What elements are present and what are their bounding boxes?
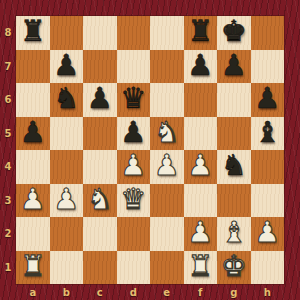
rank-labels: 87654321 bbox=[0, 16, 16, 284]
square-d2[interactable] bbox=[117, 217, 151, 251]
rank-label-6: 6 bbox=[5, 94, 12, 105]
square-c4[interactable] bbox=[83, 150, 117, 184]
rank-label-2: 2 bbox=[5, 228, 12, 239]
black-pawn[interactable]: ♟ bbox=[187, 51, 213, 80]
square-f2[interactable]: ♟ bbox=[184, 217, 218, 251]
square-g3[interactable] bbox=[217, 184, 251, 218]
square-a2[interactable] bbox=[16, 217, 50, 251]
square-g1[interactable]: ♚ bbox=[217, 251, 251, 285]
square-h5[interactable]: ♝ bbox=[251, 117, 285, 151]
rank-label-8: 8 bbox=[5, 27, 12, 38]
white-pawn[interactable]: ♟ bbox=[53, 185, 79, 214]
square-e3[interactable] bbox=[150, 184, 184, 218]
square-g7[interactable]: ♟ bbox=[217, 50, 251, 84]
white-rook[interactable]: ♜ bbox=[20, 252, 46, 281]
square-c8[interactable] bbox=[83, 16, 117, 50]
square-b1[interactable] bbox=[50, 251, 84, 285]
rank-label-1: 1 bbox=[5, 262, 12, 273]
file-label-g: g bbox=[230, 287, 237, 298]
square-g2[interactable]: ♝ bbox=[217, 217, 251, 251]
black-rook[interactable]: ♜ bbox=[20, 17, 46, 46]
square-b4[interactable] bbox=[50, 150, 84, 184]
square-h7[interactable] bbox=[251, 50, 285, 84]
square-e7[interactable] bbox=[150, 50, 184, 84]
square-a5[interactable]: ♟ bbox=[16, 117, 50, 151]
square-a7[interactable] bbox=[16, 50, 50, 84]
square-d8[interactable] bbox=[117, 16, 151, 50]
square-g5[interactable] bbox=[217, 117, 251, 151]
square-h4[interactable] bbox=[251, 150, 285, 184]
chess-board[interactable]: ♜♜♚♟♟♟♞♟♛♟♟♟♞♝♟♟♟♞♟♟♞♛♟♝♟♜♜♚ bbox=[16, 16, 284, 284]
black-rook[interactable]: ♜ bbox=[187, 17, 213, 46]
black-bishop[interactable]: ♝ bbox=[254, 118, 280, 147]
black-pawn[interactable]: ♟ bbox=[254, 84, 280, 113]
file-label-h: h bbox=[264, 287, 271, 298]
square-a4[interactable] bbox=[16, 150, 50, 184]
white-pawn[interactable]: ♟ bbox=[120, 151, 146, 180]
rank-label-3: 3 bbox=[5, 195, 12, 206]
rank-label-5: 5 bbox=[5, 128, 12, 139]
square-g6[interactable] bbox=[217, 83, 251, 117]
file-label-e: e bbox=[163, 287, 170, 298]
square-d4[interactable]: ♟ bbox=[117, 150, 151, 184]
square-f6[interactable] bbox=[184, 83, 218, 117]
square-b8[interactable] bbox=[50, 16, 84, 50]
file-label-d: d bbox=[130, 287, 137, 298]
square-f4[interactable]: ♟ bbox=[184, 150, 218, 184]
square-a8[interactable]: ♜ bbox=[16, 16, 50, 50]
black-pawn[interactable]: ♟ bbox=[20, 118, 46, 147]
white-rook[interactable]: ♜ bbox=[187, 252, 213, 281]
square-e5[interactable]: ♞ bbox=[150, 117, 184, 151]
white-pawn[interactable]: ♟ bbox=[254, 218, 280, 247]
square-d7[interactable] bbox=[117, 50, 151, 84]
white-queen[interactable]: ♛ bbox=[120, 185, 146, 214]
file-label-b: b bbox=[63, 287, 70, 298]
square-g4[interactable]: ♞ bbox=[217, 150, 251, 184]
black-knight[interactable]: ♞ bbox=[53, 84, 79, 113]
white-pawn[interactable]: ♟ bbox=[187, 151, 213, 180]
square-c7[interactable] bbox=[83, 50, 117, 84]
square-c5[interactable] bbox=[83, 117, 117, 151]
chess-board-frame: 87654321 abcdefgh ♜♜♚♟♟♟♞♟♛♟♟♟♞♝♟♟♟♞♟♟♞♛… bbox=[0, 0, 300, 300]
black-queen[interactable]: ♛ bbox=[120, 84, 146, 113]
square-h8[interactable] bbox=[251, 16, 285, 50]
square-b3[interactable]: ♟ bbox=[50, 184, 84, 218]
square-e6[interactable] bbox=[150, 83, 184, 117]
square-b2[interactable] bbox=[50, 217, 84, 251]
white-knight[interactable]: ♞ bbox=[154, 118, 180, 147]
square-g8[interactable]: ♚ bbox=[217, 16, 251, 50]
black-pawn[interactable]: ♟ bbox=[53, 51, 79, 80]
black-pawn[interactable]: ♟ bbox=[120, 118, 146, 147]
white-pawn[interactable]: ♟ bbox=[154, 151, 180, 180]
square-e4[interactable]: ♟ bbox=[150, 150, 184, 184]
black-king[interactable]: ♚ bbox=[221, 17, 247, 46]
square-d6[interactable]: ♛ bbox=[117, 83, 151, 117]
white-pawn[interactable]: ♟ bbox=[20, 185, 46, 214]
square-e8[interactable] bbox=[150, 16, 184, 50]
square-a3[interactable]: ♟ bbox=[16, 184, 50, 218]
square-a1[interactable]: ♜ bbox=[16, 251, 50, 285]
square-f1[interactable]: ♜ bbox=[184, 251, 218, 285]
white-pawn[interactable]: ♟ bbox=[187, 218, 213, 247]
black-knight[interactable]: ♞ bbox=[221, 151, 247, 180]
square-c3[interactable]: ♞ bbox=[83, 184, 117, 218]
square-b5[interactable] bbox=[50, 117, 84, 151]
file-label-f: f bbox=[198, 287, 202, 298]
square-f8[interactable]: ♜ bbox=[184, 16, 218, 50]
square-e2[interactable] bbox=[150, 217, 184, 251]
square-d3[interactable]: ♛ bbox=[117, 184, 151, 218]
square-a6[interactable] bbox=[16, 83, 50, 117]
black-pawn[interactable]: ♟ bbox=[87, 84, 113, 113]
square-f7[interactable]: ♟ bbox=[184, 50, 218, 84]
square-e1[interactable] bbox=[150, 251, 184, 285]
square-c6[interactable]: ♟ bbox=[83, 83, 117, 117]
square-h1[interactable] bbox=[251, 251, 285, 285]
file-label-a: a bbox=[29, 287, 36, 298]
square-f3[interactable] bbox=[184, 184, 218, 218]
square-h2[interactable]: ♟ bbox=[251, 217, 285, 251]
square-b6[interactable]: ♞ bbox=[50, 83, 84, 117]
square-f5[interactable] bbox=[184, 117, 218, 151]
file-labels: abcdefgh bbox=[16, 284, 284, 300]
black-pawn[interactable]: ♟ bbox=[221, 51, 247, 80]
square-c2[interactable] bbox=[83, 217, 117, 251]
square-b7[interactable]: ♟ bbox=[50, 50, 84, 84]
square-d1[interactable] bbox=[117, 251, 151, 285]
white-knight[interactable]: ♞ bbox=[87, 185, 113, 214]
rank-label-4: 4 bbox=[5, 161, 12, 172]
square-d5[interactable]: ♟ bbox=[117, 117, 151, 151]
white-bishop[interactable]: ♝ bbox=[221, 218, 247, 247]
square-c1[interactable] bbox=[83, 251, 117, 285]
square-h6[interactable]: ♟ bbox=[251, 83, 285, 117]
file-label-c: c bbox=[97, 287, 103, 298]
square-h3[interactable] bbox=[251, 184, 285, 218]
rank-label-7: 7 bbox=[5, 61, 12, 72]
white-king[interactable]: ♚ bbox=[221, 252, 247, 281]
